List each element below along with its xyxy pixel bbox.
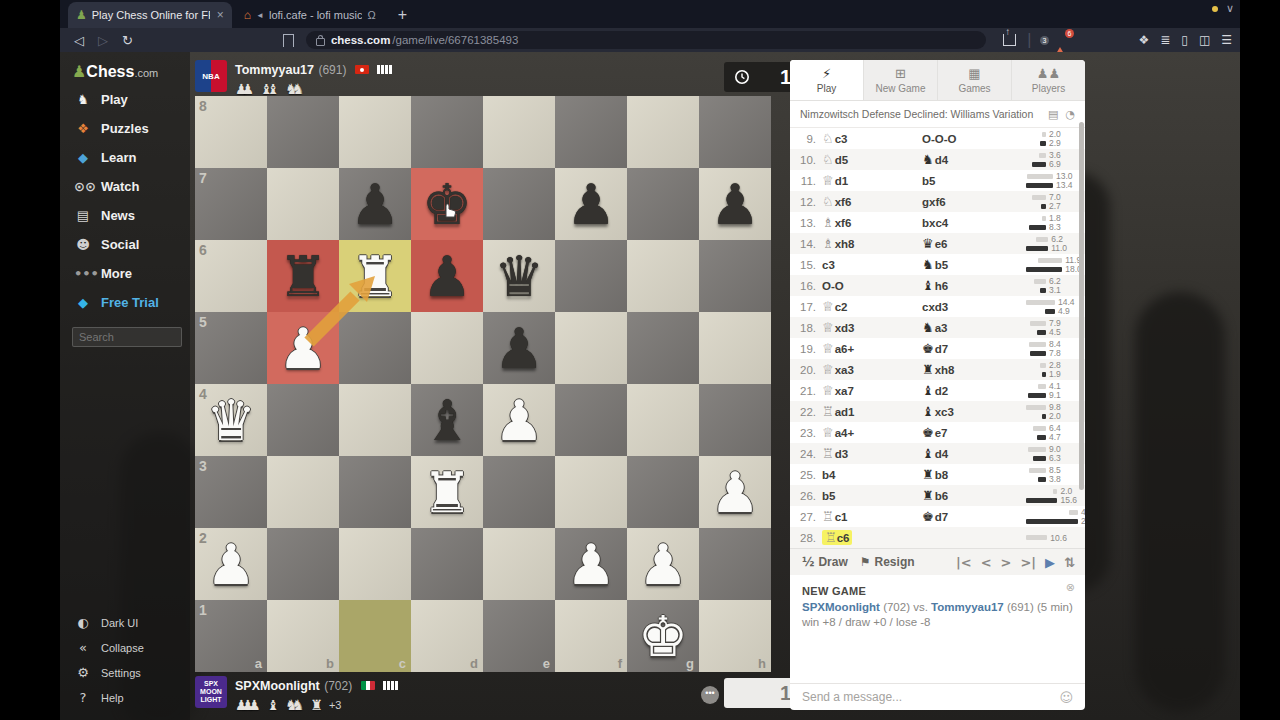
square-d1[interactable]: d [411,600,483,672]
square-f6[interactable] [555,240,627,312]
black-piece-figurine: ♜ [922,488,934,503]
move-number: 21. [790,385,822,397]
file-label: h [758,656,766,671]
white-pawn[interactable]: ♟ [267,312,339,384]
social-icon: ☻ [74,237,92,252]
square-c5[interactable] [339,312,411,384]
game-panel: ⚡Play ⊞New Game ▦Games ♟♟Players Nimzowi… [790,60,1085,710]
black-move[interactable]: ♞b5 [922,257,1026,272]
new-game-title: NEW GAME [802,585,1073,597]
bottom-player-avatar[interactable]: SPXMOONLIGHT [195,676,227,708]
black-move[interactable]: O-O-O [922,133,1026,145]
go-end-button[interactable]: >| [1020,555,1036,570]
chat-input[interactable]: Send a message... ☺ [790,683,1085,710]
white-piece-figurine: ♕ [822,320,834,335]
dark-ui-icon: ◐ [74,615,92,630]
white-move[interactable]: ♕xa7 [822,383,922,398]
black-piece-figurine: ♞ [922,152,934,167]
move-evals: 8.47.8 [1029,340,1085,357]
square-d7[interactable]: ♚ [411,168,483,240]
square-f4[interactable] [555,384,627,456]
bottom-captured-pieces: ♟♟♟♝♞♞♜+3 [235,697,398,713]
share-icon[interactable] [1003,34,1016,46]
white-move[interactable]: ♕c2 [822,299,922,314]
move-list[interactable]: 9.♘c3O-O-O2.02.910.♘d5♞d43.66.911.♕d1b51… [790,128,1085,548]
url-host: chess.com [331,34,390,46]
black-piece-figurine: ♞ [922,257,934,272]
move-evals: 4.19.1 [1028,382,1085,399]
square-e6[interactable]: ♛ [483,240,555,312]
sidebar-item-more[interactable]: •••More [60,259,190,288]
chat-bubble-icon[interactable]: ••• [701,686,719,704]
headphones-icon: Ω [367,9,375,21]
move-row: 11.♕d1b513.013.4 [790,170,1085,191]
sidebar-item-play[interactable]: ♞Play [60,85,190,114]
white-piece-figurine: ♖ [825,530,837,545]
move-row: 23.♕a4+♚e76.44.7 [790,422,1085,443]
sidebar-item-learn[interactable]: ◆Learn [60,143,190,172]
white-move[interactable]: ♘d5 [822,152,922,167]
sidebar-item-watch[interactable]: ⊙⊙Watch [60,172,190,201]
white-move[interactable]: b5 [822,490,922,502]
square-d8[interactable] [411,96,483,168]
square-f7[interactable]: ♟ [555,168,627,240]
square-a8[interactable]: 8 [195,96,267,168]
move-row: 17.♕c2cxd314.44.9 [790,296,1085,317]
watch-icon: ⊙⊙ [74,179,92,194]
black-rook[interactable]: ♜ [267,240,339,312]
tab-lofi[interactable]: ⌂ ◄ lofi.cafe - lofi music Ω [236,2,384,28]
tab-close-icon[interactable]: × [217,8,224,22]
white-piece-figurine: ♖ [822,509,834,524]
white-piece-figurine: ♖ [822,404,834,419]
square-g7[interactable] [627,168,699,240]
square-b1[interactable]: b [267,600,339,672]
square-b6[interactable]: ♜ [267,240,339,312]
white-move[interactable]: c3 [822,259,922,271]
black-move[interactable]: b5 [922,175,1026,187]
sidebar-footer-dark-ui[interactable]: ◐Dark UI [60,610,190,635]
square-g8[interactable] [627,96,699,168]
square-c1[interactable]: c [339,600,411,672]
white-move[interactable]: ♕a6+ [822,341,922,356]
captured-piece-group: ♟♟♟ [235,697,261,713]
tab-new-game[interactable]: ⊞New Game [864,60,938,100]
file-label: b [326,656,334,671]
square-e1[interactable]: e [483,600,555,672]
move-row: 16.O-O♝h66.23.1 [790,275,1085,296]
white-move[interactable]: b4 [822,469,922,481]
move-row: 14.♗xh8♛e66.211.0 [790,233,1085,254]
square-c3[interactable] [339,456,411,528]
white-move[interactable]: O-O [822,280,922,292]
square-h7[interactable]: ♟ [699,168,771,240]
move-number: 16. [790,280,822,292]
move-number: 14. [790,238,822,250]
learn-icon: ◆ [74,150,92,165]
square-h5[interactable] [699,312,771,384]
sidebar-footer-help[interactable]: ?Help [60,685,190,710]
move-evals: 2.015.6 [1026,487,1085,504]
emoji-icon[interactable]: ☺ [1059,690,1073,705]
black-move[interactable]: cxd3 [922,301,1026,313]
move-row: 18.♕xd3♞a37.94.5 [790,317,1085,338]
forward-button[interactable]: ▷ [98,33,108,48]
black-pawn[interactable]: ♟ [411,240,483,312]
tab-play[interactable]: ⚡Play [790,60,864,100]
move-number: 9. [790,133,822,145]
black-piece-figurine: ♚ [922,341,934,356]
black-pawn[interactable]: ♟ [555,168,627,240]
white-queen[interactable]: ♛ [195,384,267,456]
captured-piece-group: ♝ [267,697,280,713]
square-d5[interactable] [411,312,483,384]
square-d6[interactable]: ♟ [411,240,483,312]
square-g6[interactable] [627,240,699,312]
plus-square-icon: ⊞ [895,66,906,81]
bottom-connection-icon [383,681,398,690]
move-number: 25. [790,469,822,481]
white-pawn[interactable]: ♟ [555,528,627,600]
black-piece-figurine: ♝ [922,404,934,419]
move-row: 26.b5♜b62.015.6 [790,485,1085,506]
square-b8[interactable] [267,96,339,168]
square-c7[interactable]: ♟ [339,168,411,240]
black-piece-figurine: ♜ [922,467,934,482]
challenger-link[interactable]: SPXMoonlight [802,601,880,613]
move-evals: 10.6 [1026,534,1085,542]
square-g3[interactable] [627,456,699,528]
square-f1[interactable]: f [555,600,627,672]
more-icon: ••• [74,266,92,281]
sidebar-item-social[interactable]: ☻Social [60,230,190,259]
bottom-player-rating: (702) [324,679,352,693]
captured-piece-group: ♜ [310,697,323,713]
square-g5[interactable] [627,312,699,384]
black-move[interactable]: ♚d7 [922,341,1026,356]
square-a1[interactable]: 1a [195,600,267,672]
square-e3[interactable] [483,456,555,528]
bookmark-icon[interactable] [283,34,294,47]
move-row: 22.♖ad1♝xc39.82.0 [790,401,1085,422]
sidebar-footer-collapse[interactable]: «Collapse [60,635,190,660]
square-a7[interactable]: 7 [195,168,267,240]
square-e7[interactable] [483,168,555,240]
sidebar-item-free-trial[interactable]: ◆Free Trial [60,288,190,317]
square-a6[interactable]: 6 [195,240,267,312]
move-row: 25.b4♜b88.53.8 [790,464,1085,485]
black-move[interactable]: ♚e7 [922,425,1026,440]
black-move[interactable]: ♝xc3 [922,404,1026,419]
square-g4[interactable] [627,384,699,456]
move-number: 26. [790,490,822,502]
square-d4[interactable]: ♝ [411,384,483,456]
rank-label: 6 [199,242,207,258]
tab-chess[interactable]: ♟ Play Chess Online for FREE wit × [68,2,232,28]
sidebar-toggle-icon[interactable]: ▯ [1181,33,1188,47]
move-number: 13. [790,217,822,229]
tab-list-chevron-icon[interactable]: ∨ [1226,2,1234,15]
move-evals: 3.66.9 [1032,151,1085,168]
move-number: 28. [790,532,822,544]
play-icon: ♞ [74,92,92,107]
square-b7[interactable] [267,168,339,240]
move-number: 22. [790,406,822,418]
black-piece-figurine: ♝ [922,446,934,461]
white-move[interactable]: ♖ad1 [822,404,922,419]
diamond-icon: ◆ [74,295,92,310]
book-icon[interactable]: ▤ [1041,108,1058,121]
tab-audio-icon[interactable]: ◄ [256,11,264,20]
move-row: 21.♕xa7♝d24.19.1 [790,380,1085,401]
chess-page: ♟Chess.com ♞Play❖Puzzles◆Learn⊙⊙Watch▤Ne… [60,52,1240,720]
square-h6[interactable] [699,240,771,312]
black-bishop[interactable]: ♝ [411,384,483,456]
white-move[interactable]: ♕d1 [822,173,922,188]
square-h2[interactable] [699,528,771,600]
square-d2[interactable] [411,528,483,600]
move-evals: 6.211.0 [1026,235,1085,252]
square-a3[interactable]: 3 [195,456,267,528]
square-c4[interactable] [339,384,411,456]
square-d3[interactable]: ♜ [411,456,483,528]
black-move[interactable]: ♚d7 [922,509,1026,524]
white-move[interactable]: ♘xf6 [822,194,922,209]
square-h1[interactable]: h [699,600,771,672]
white-piece-figurine: ♖ [822,446,834,461]
go-start-button[interactable]: |< [956,555,972,570]
rank-label: 3 [199,458,207,474]
black-move[interactable]: ♝d2 [922,383,1026,398]
white-move[interactable]: ♖c1 [822,509,922,524]
move-number: 17. [790,301,822,313]
settings-icon: ⚙ [74,665,92,680]
tab-players[interactable]: ♟♟Players [1012,60,1085,100]
sidebar-footer-settings[interactable]: ⚙Settings [60,660,190,685]
square-b5[interactable]: ♟ [267,312,339,384]
white-pawn[interactable]: ♟ [195,528,267,600]
go-forward-button[interactable]: > [1001,555,1012,570]
top-connection-icon [377,65,392,74]
white-move[interactable]: ♗xh8 [822,236,922,251]
draw-button[interactable]: ½Draw [802,555,848,569]
square-c8[interactable] [339,96,411,168]
captured-piece-group: ♞♞ [285,81,304,97]
black-queen[interactable]: ♛ [483,240,555,312]
square-a2[interactable]: 2♟ [195,528,267,600]
square-f2[interactable]: ♟ [555,528,627,600]
square-f8[interactable] [555,96,627,168]
move-evals: 6.23.1 [1034,277,1085,294]
move-row: 27.♖c1♚d74.725.8 [790,506,1085,527]
alert-extension-icon[interactable]: 6 [1053,33,1067,47]
autoplay-button[interactable]: ▶ [1045,555,1055,570]
black-move[interactable]: ♛e6 [922,236,1026,251]
square-b3[interactable] [267,456,339,528]
black-move[interactable]: ♞a3 [922,320,1026,335]
square-h8[interactable] [699,96,771,168]
flip-board-button[interactable]: ⇅ [1064,555,1075,570]
black-move[interactable]: ♜xh8 [922,362,1026,377]
square-f5[interactable] [555,312,627,384]
move-evals: 7.94.5 [1030,319,1085,336]
opening-name[interactable]: Nimzowitsch Defense Declined: Williams V… [790,101,1085,128]
top-player-name[interactable]: Tommyyau17 [235,63,314,77]
lock-icon [316,38,325,46]
black-king[interactable]: ♚ [411,168,483,240]
white-piece-figurine: ♗ [822,215,834,230]
extensions-puzzle-icon[interactable]: ❖ [1138,33,1149,47]
square-e5[interactable]: ♟ [483,312,555,384]
black-piece-figurine: ♝ [922,383,934,398]
square-a5[interactable]: 5 [195,312,267,384]
move-row: 12.♘xf6gxf67.02.7 [790,191,1085,212]
square-b4[interactable] [267,384,339,456]
menu-icon[interactable]: ☰ [1221,33,1232,47]
move-number: 15. [790,259,822,271]
move-evals: 4.725.8 [1026,508,1085,525]
desktop: ♟ Play Chess Online for FREE wit × ⌂ ◄ l… [0,0,1280,720]
square-c6[interactable]: ♜ [339,240,411,312]
chesscom-logo[interactable]: ♟Chess.com [60,52,190,85]
white-move[interactable]: ♕xd3 [822,320,922,335]
white-pawn[interactable]: ♟ [483,384,555,456]
move-evals: 9.06.3 [1028,445,1085,462]
url-bar[interactable]: chess.com/game/live/66761385493 [306,31,986,49]
square-c2[interactable] [339,528,411,600]
chess-board[interactable]: 87♟♚♟♟6♜♜♟♛5♟♟4♛♝♟3♜♟2♟♟♟1abcdefg♚h [195,96,771,672]
url-path: /game/live/66761385493 [392,34,518,46]
move-number: 23. [790,427,822,439]
black-move[interactable]: ♝h6 [922,278,1026,293]
reading-list-icon[interactable]: ≣ [1160,33,1170,47]
black-pawn[interactable]: ♟ [339,168,411,240]
sidebar-item-news[interactable]: ▤News [60,201,190,230]
resign-button[interactable]: ⚑Resign [860,555,915,569]
bolt-icon: ⚡ [822,66,831,81]
white-move[interactable]: ♘c3 [822,131,922,146]
black-pawn[interactable]: ♟ [483,312,555,384]
move-evals: 11.918.0 [1026,256,1085,273]
white-piece-figurine: ♘ [822,194,834,209]
top-player-rating: (691) [318,63,346,77]
white-move[interactable]: ♗xf6 [822,215,922,230]
top-captured-pieces: ♟♟♝♝♞♞ [235,81,392,97]
rating-stakes: win +8 / draw +0 / lose -8 [802,616,1073,628]
search-input[interactable] [72,327,182,347]
move-evals: 7.02.7 [1032,193,1085,210]
move-evals: 9.82.0 [1026,403,1085,420]
new-tab-button[interactable]: + [398,2,407,28]
rank-label: 1 [199,602,207,618]
white-move[interactable]: ♕xa3 [822,362,922,377]
sidebar-item-puzzles[interactable]: ❖Puzzles [60,114,190,143]
white-pawn[interactable]: ♟ [627,528,699,600]
square-h4[interactable] [699,384,771,456]
move-row: 28.♖c610.6 [790,527,1085,548]
white-piece-figurine: ♕ [822,425,834,440]
black-move[interactable]: gxf6 [922,196,1026,208]
black-move[interactable]: ♝d4 [922,446,1026,461]
black-piece-figurine: ♝ [922,278,934,293]
tab-title: Play Chess Online for FREE wit [92,9,210,21]
back-button[interactable]: ◁ [74,33,84,48]
square-f3[interactable] [555,456,627,528]
black-move[interactable]: ♜b6 [922,488,1026,503]
square-g1[interactable]: g♚ [627,600,699,672]
white-move[interactable]: ♖d3 [822,446,922,461]
profile-window-icon[interactable]: ◫ [1199,33,1210,47]
square-e8[interactable] [483,96,555,168]
close-icon[interactable]: ⊗ [1066,581,1075,594]
white-piece-figurine: ♕ [822,299,834,314]
white-pawn[interactable]: ♟ [699,456,771,528]
square-e4[interactable]: ♟ [483,384,555,456]
logo-pawn-icon: ♟ [72,62,86,81]
top-player-flag-icon [355,65,369,74]
move-evals: 13.013.4 [1026,172,1085,189]
move-list-scrollbar[interactable] [1079,122,1084,490]
square-h3[interactable]: ♟ [699,456,771,528]
collapse-icon: « [74,640,92,655]
file-label: a [255,656,262,671]
bg-chess-piece-photo [1135,292,1225,712]
black-move[interactable]: ♜b8 [922,467,1026,482]
move-number: 24. [790,448,822,460]
black-move[interactable]: bxc4 [922,217,1026,229]
white-rook[interactable]: ♜ [411,456,483,528]
bottom-player-name[interactable]: SPXMoonlight [235,679,320,693]
square-g2[interactable]: ♟ [627,528,699,600]
move-evals: 14.44.9 [1026,298,1085,315]
top-player-avatar[interactable]: NBA [195,60,227,92]
news-icon: ▤ [74,208,92,223]
black-pawn[interactable]: ♟ [699,168,771,240]
white-piece-figurine: ♘ [822,152,834,167]
new-game-card: NEW GAME SPXMoonlight (702) vs. Tommyyau… [790,575,1085,696]
move-evals: 8.53.8 [1029,466,1085,483]
material-advantage: +3 [329,699,342,711]
current-move[interactable]: ♖c6 [822,530,852,545]
white-rook[interactable]: ♜ [339,240,411,312]
black-move[interactable]: ♞d4 [922,152,1026,167]
opponent-link[interactable]: Tommyyau17 [931,601,1004,613]
white-move[interactable]: ♖c6 [822,530,922,545]
move-evals: 1.88.3 [1029,214,1085,231]
move-number: 12. [790,196,822,208]
tab-games[interactable]: ▦Games [938,60,1012,100]
go-back-button[interactable]: < [981,555,992,570]
lofi-favicon: ⌂ [244,8,251,22]
white-move[interactable]: ♕a4+ [822,425,922,440]
black-piece-figurine: ♚ [922,509,934,524]
puzzles-icon: ❖ [74,121,92,136]
square-a4[interactable]: 4♛ [195,384,267,456]
explorer-icon[interactable]: ◔ [1058,108,1075,121]
square-e2[interactable] [483,528,555,600]
sidebar: ♟Chess.com ♞Play❖Puzzles◆Learn⊙⊙Watch▤Ne… [60,52,190,720]
move-row: 15.c3♞b511.918.0 [790,254,1085,275]
reload-button[interactable]: ↻ [122,33,133,48]
file-label: c [399,656,406,671]
rank-label: 5 [199,314,207,330]
bottom-player-flag-icon [361,681,375,690]
file-label: e [543,656,550,671]
move-number: 20. [790,364,822,376]
grid-icon: ▦ [968,66,980,81]
square-b2[interactable] [267,528,339,600]
white-king[interactable]: ♚ [627,600,699,672]
